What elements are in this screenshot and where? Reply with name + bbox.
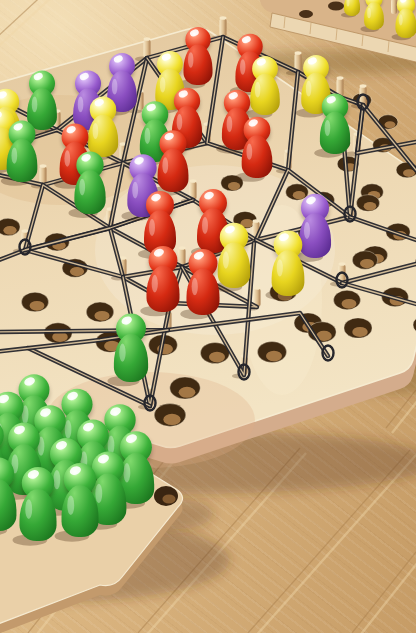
- peg-shadow: [212, 282, 243, 292]
- wood-pin-top: [190, 179, 197, 183]
- hole-inner-light: [342, 299, 357, 309]
- hole-inner-light: [293, 191, 305, 199]
- peg-shadow: [10, 438, 43, 449]
- peg-shadow: [180, 309, 211, 319]
- peg-shadow: [134, 156, 162, 165]
- peg-shadow: [140, 306, 171, 316]
- plank-highlight: [358, 557, 416, 633]
- hole-inner-light: [403, 169, 415, 177]
- photo-stage: [0, 0, 416, 633]
- peg-shadow: [245, 109, 273, 118]
- hole-inner-light: [94, 311, 109, 321]
- top-tray-hole: [299, 10, 313, 18]
- board-scene: [0, 0, 416, 633]
- wood-pin-top: [339, 262, 346, 266]
- wood-pin-top: [144, 37, 151, 41]
- peg-shadow: [0, 488, 33, 499]
- peg-shadow: [178, 79, 205, 88]
- peg-shadow: [191, 247, 221, 257]
- peg-shadow: [166, 142, 194, 151]
- peg-shadow: [138, 249, 168, 259]
- wood-pin-top: [179, 246, 186, 250]
- peg-shadow: [341, 13, 356, 18]
- peg-shadow: [107, 376, 139, 387]
- peg-shadow: [314, 148, 342, 157]
- hole-inner-light: [179, 387, 196, 398]
- peg-shadow: [121, 211, 150, 221]
- peg-shadow: [1, 176, 30, 186]
- hole-inner-light: [305, 231, 318, 240]
- wood-pin-top: [167, 282, 174, 286]
- peg-shadow: [391, 34, 411, 41]
- peg-shadow: [83, 518, 117, 529]
- wood-pin-top: [54, 109, 61, 113]
- plank-seam: [352, 552, 416, 633]
- peg-shadow: [102, 106, 130, 115]
- wood-pin-top: [337, 76, 344, 80]
- peg-shadow: [41, 504, 75, 515]
- peg-shadow: [55, 530, 90, 542]
- peg-shadow: [22, 124, 50, 133]
- plank-highlight: [0, 0, 81, 67]
- wood-pin-top: [40, 164, 47, 168]
- wood-pin-top: [254, 286, 261, 290]
- peg-shadow: [13, 534, 48, 546]
- peg-shadow: [111, 497, 145, 508]
- hole-inner-light: [70, 267, 84, 276]
- hole-inner-light: [3, 226, 16, 235]
- peg-shadow: [53, 453, 86, 464]
- peg-shadow: [216, 144, 244, 153]
- hole-inner-light: [240, 219, 253, 228]
- hole-inner-light: [209, 352, 225, 362]
- peg-shadow: [296, 108, 324, 117]
- peg-shadow: [360, 26, 379, 32]
- peg-shadow: [236, 172, 265, 182]
- peg-shadow: [82, 151, 110, 160]
- peg-shadow: [230, 86, 257, 95]
- hole-inner-light: [228, 182, 240, 190]
- hole-inner-light: [352, 327, 367, 337]
- hole-inner-light: [364, 202, 377, 210]
- wood-pin: [391, 0, 397, 14]
- wood-pin: [220, 18, 227, 37]
- hole-inner-light: [266, 351, 282, 361]
- peg-shadow: [68, 485, 102, 496]
- wood-pin-top: [22, 229, 29, 233]
- peg-shadow: [152, 186, 181, 196]
- wood-pin-top: [360, 84, 367, 88]
- peg-shadow: [25, 470, 59, 481]
- hole-inner-light: [385, 121, 396, 128]
- tray-hole-inner: [162, 495, 175, 504]
- wood-pin-top: [253, 219, 260, 223]
- hole-inner-light: [30, 301, 45, 311]
- peg-shadow: [150, 104, 178, 113]
- wood-pin-top: [220, 16, 227, 20]
- peg-shadow: [68, 208, 97, 218]
- hole-inner-light: [163, 414, 180, 425]
- peg-shadow: [68, 124, 96, 133]
- hole-inner-light: [104, 341, 120, 351]
- peg-shadow: [293, 252, 323, 262]
- top-tray-hole: [328, 2, 344, 11]
- plank-highlight: [392, 395, 416, 433]
- peg-shadow: [265, 290, 296, 300]
- wood-pin-top: [295, 51, 302, 55]
- peg-shadow: [54, 179, 83, 189]
- hole-inner-light: [360, 259, 374, 268]
- peg-shadow: [95, 469, 129, 480]
